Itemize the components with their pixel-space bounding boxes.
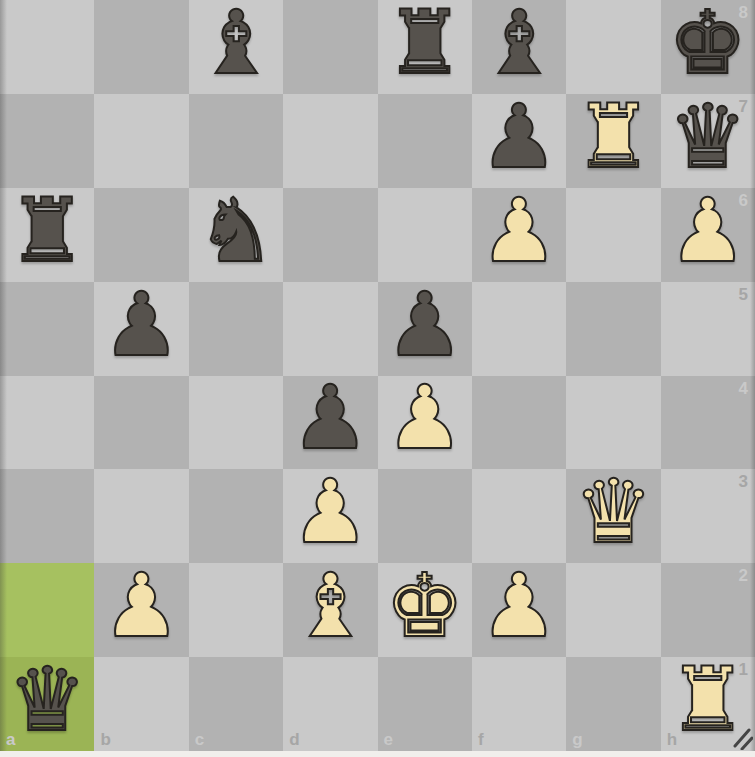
square-c3[interactable]: [189, 469, 283, 563]
square-h4[interactable]: 4: [661, 376, 755, 470]
square-g8[interactable]: [566, 0, 660, 94]
square-c5[interactable]: [189, 282, 283, 376]
square-a5[interactable]: [0, 282, 94, 376]
chess-app-stage: ♝♜♝8♚♟♜7♛♜♞♟6♟♟♟5♟♟4♟♛3♟♝♚♟2a♛bcdefg1h♜: [0, 0, 755, 757]
file-label-f: f: [478, 731, 484, 748]
square-a4[interactable]: [0, 376, 94, 470]
square-f1[interactable]: f: [472, 657, 566, 751]
square-d4[interactable]: ♟: [283, 376, 377, 470]
square-b2[interactable]: ♟: [94, 563, 188, 657]
square-b6[interactable]: [94, 188, 188, 282]
black-pawn-d4[interactable]: ♟: [291, 371, 370, 465]
black-knight-c6[interactable]: ♞: [196, 184, 275, 278]
square-b8[interactable]: [94, 0, 188, 94]
square-f3[interactable]: [472, 469, 566, 563]
white-bishop-d2[interactable]: ♝: [291, 559, 370, 653]
square-d3[interactable]: ♟: [283, 469, 377, 563]
square-h8[interactable]: 8♚: [661, 0, 755, 94]
rank-label-5: 5: [739, 286, 748, 303]
file-label-d: d: [289, 731, 299, 748]
black-pawn-b5[interactable]: ♟: [102, 278, 181, 372]
square-a3[interactable]: [0, 469, 94, 563]
square-g3[interactable]: ♛: [566, 469, 660, 563]
white-pawn-f6[interactable]: ♟: [480, 184, 559, 278]
square-h2[interactable]: 2: [661, 563, 755, 657]
black-rook-e8[interactable]: ♜: [385, 0, 464, 90]
square-b4[interactable]: [94, 376, 188, 470]
rank-label-3: 3: [739, 473, 748, 490]
file-label-b: b: [100, 731, 110, 748]
black-king-h8[interactable]: ♚: [668, 0, 747, 90]
square-g5[interactable]: [566, 282, 660, 376]
square-e5[interactable]: ♟: [378, 282, 472, 376]
white-rook-g7[interactable]: ♜: [574, 90, 653, 184]
square-e2[interactable]: ♚: [378, 563, 472, 657]
square-b5[interactable]: ♟: [94, 282, 188, 376]
black-bishop-f8[interactable]: ♝: [480, 0, 559, 90]
resize-handle-icon: [733, 726, 753, 750]
square-d1[interactable]: d: [283, 657, 377, 751]
file-label-e: e: [384, 731, 393, 748]
square-d6[interactable]: [283, 188, 377, 282]
square-g6[interactable]: [566, 188, 660, 282]
square-g1[interactable]: g: [566, 657, 660, 751]
square-f8[interactable]: ♝: [472, 0, 566, 94]
square-c4[interactable]: [189, 376, 283, 470]
square-h7[interactable]: 7♛: [661, 94, 755, 188]
square-f7[interactable]: ♟: [472, 94, 566, 188]
square-e6[interactable]: [378, 188, 472, 282]
square-d8[interactable]: [283, 0, 377, 94]
square-a8[interactable]: [0, 0, 94, 94]
square-e4[interactable]: ♟: [378, 376, 472, 470]
chess-board: ♝♜♝8♚♟♜7♛♜♞♟6♟♟♟5♟♟4♟♛3♟♝♚♟2a♛bcdefg1h♜: [0, 0, 755, 751]
square-e1[interactable]: e: [378, 657, 472, 751]
square-a6[interactable]: ♜: [0, 188, 94, 282]
square-d5[interactable]: [283, 282, 377, 376]
square-c7[interactable]: [189, 94, 283, 188]
white-queen-g3[interactable]: ♛: [574, 465, 653, 559]
square-f2[interactable]: ♟: [472, 563, 566, 657]
square-h6[interactable]: 6♟: [661, 188, 755, 282]
square-c6[interactable]: ♞: [189, 188, 283, 282]
page-bottom-strip: [0, 751, 755, 757]
black-pawn-f7[interactable]: ♟: [480, 90, 559, 184]
file-label-g: g: [572, 731, 582, 748]
white-pawn-f2[interactable]: ♟: [480, 559, 559, 653]
board-resize-handle[interactable]: [733, 726, 753, 750]
square-b7[interactable]: [94, 94, 188, 188]
square-c8[interactable]: ♝: [189, 0, 283, 94]
square-h5[interactable]: 5: [661, 282, 755, 376]
square-b1[interactable]: b: [94, 657, 188, 751]
white-pawn-b2[interactable]: ♟: [102, 559, 181, 653]
white-pawn-h6[interactable]: ♟: [668, 184, 747, 278]
black-rook-a6[interactable]: ♜: [8, 184, 87, 278]
square-h3[interactable]: 3: [661, 469, 755, 563]
square-a1[interactable]: a♛: [0, 657, 94, 751]
rank-label-2: 2: [739, 567, 748, 584]
square-f6[interactable]: ♟: [472, 188, 566, 282]
square-c2[interactable]: [189, 563, 283, 657]
black-pawn-e5[interactable]: ♟: [385, 278, 464, 372]
white-pawn-e4[interactable]: ♟: [385, 371, 464, 465]
square-e8[interactable]: ♜: [378, 0, 472, 94]
square-f5[interactable]: [472, 282, 566, 376]
square-a2[interactable]: [0, 563, 94, 657]
square-d7[interactable]: [283, 94, 377, 188]
square-g4[interactable]: [566, 376, 660, 470]
file-label-c: c: [195, 731, 204, 748]
square-g2[interactable]: [566, 563, 660, 657]
black-bishop-c8[interactable]: ♝: [196, 0, 275, 90]
rank-label-4: 4: [739, 380, 748, 397]
black-queen-h7[interactable]: ♛: [668, 90, 747, 184]
white-king-e2[interactable]: ♚: [385, 559, 464, 653]
square-a7[interactable]: [0, 94, 94, 188]
white-pawn-d3[interactable]: ♟: [291, 465, 370, 559]
square-c1[interactable]: c: [189, 657, 283, 751]
square-e7[interactable]: [378, 94, 472, 188]
square-d2[interactable]: ♝: [283, 563, 377, 657]
square-e3[interactable]: [378, 469, 472, 563]
square-g7[interactable]: ♜: [566, 94, 660, 188]
square-b3[interactable]: [94, 469, 188, 563]
square-f4[interactable]: [472, 376, 566, 470]
black-queen-a1[interactable]: ♛: [8, 653, 87, 747]
